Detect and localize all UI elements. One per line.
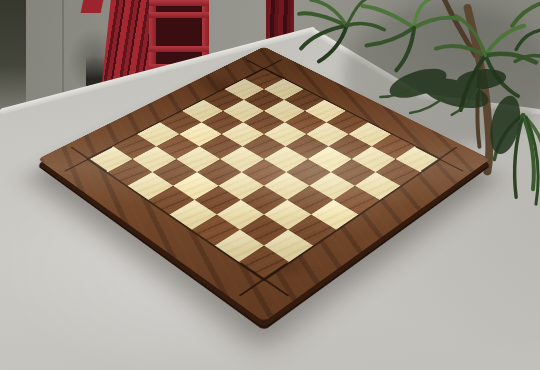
shelf-rail <box>149 0 209 6</box>
shelf-board <box>149 12 209 18</box>
cabinet-fragment <box>81 0 104 13</box>
scene-photo <box>0 0 540 370</box>
shelf-board <box>149 46 209 52</box>
